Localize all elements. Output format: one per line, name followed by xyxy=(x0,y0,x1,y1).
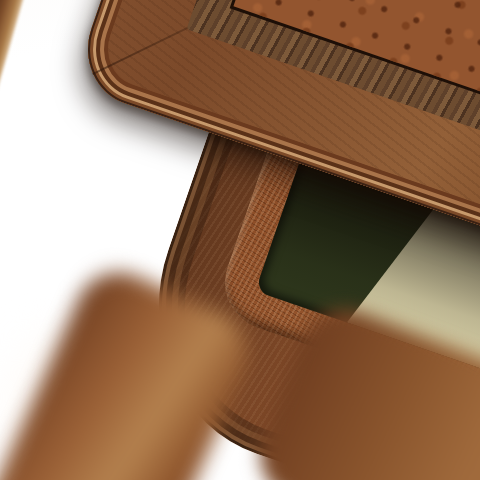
chess-table-photo xyxy=(0,0,480,480)
table-leg-edge-blur xyxy=(0,0,25,165)
